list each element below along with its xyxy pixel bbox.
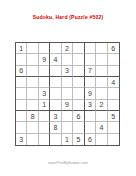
- cell-r2c4[interactable]: 4: [50, 54, 61, 65]
- cell-r3c4[interactable]: [50, 66, 61, 77]
- cell-r2c8[interactable]: [96, 54, 107, 65]
- cell-r2c6[interactable]: [73, 54, 84, 65]
- cell-r5c4[interactable]: [50, 88, 61, 99]
- cell-r8c8[interactable]: 4: [96, 122, 107, 133]
- cell-r1c8[interactable]: [96, 43, 107, 54]
- cell-r5c1[interactable]: [16, 88, 27, 99]
- cell-r7c3[interactable]: [39, 111, 50, 122]
- cell-r3c2[interactable]: [27, 66, 38, 77]
- cell-r4c1[interactable]: [16, 77, 27, 88]
- cell-r1c5[interactable]: 2: [62, 43, 73, 54]
- cell-r4c2[interactable]: [27, 77, 38, 88]
- cell-r7c5[interactable]: [62, 111, 73, 122]
- cell-r2c1[interactable]: [16, 54, 27, 65]
- cell-r8c3[interactable]: [39, 122, 50, 133]
- cell-r6c4[interactable]: [50, 100, 61, 111]
- cell-r3c5[interactable]: 3: [62, 66, 73, 77]
- cell-r4c3[interactable]: [39, 77, 50, 88]
- cell-r9c4[interactable]: [50, 134, 61, 145]
- cell-r7c1[interactable]: [16, 111, 27, 122]
- cell-r1c1[interactable]: 1: [16, 43, 27, 54]
- cell-r9c6[interactable]: 5: [73, 134, 84, 145]
- cell-r6c2[interactable]: [27, 100, 38, 111]
- cell-r7c8[interactable]: [96, 111, 107, 122]
- cell-r3c9[interactable]: [108, 66, 119, 77]
- cell-r2c3[interactable]: 9: [39, 54, 50, 65]
- cell-r4c6[interactable]: [73, 77, 84, 88]
- footer-url[interactable]: www.PrintMySudoku.com: [0, 161, 136, 166]
- cell-r6c9[interactable]: [108, 100, 119, 111]
- cell-r1c4[interactable]: [50, 43, 61, 54]
- cell-r5c2[interactable]: [27, 88, 38, 99]
- cell-r9c7[interactable]: 6: [85, 134, 96, 145]
- cell-r1c9[interactable]: 6: [108, 43, 119, 54]
- cell-r3c7[interactable]: 7: [85, 66, 96, 77]
- cell-r3c1[interactable]: 6: [16, 66, 27, 77]
- cell-r2c7[interactable]: [85, 54, 96, 65]
- cell-r9c9[interactable]: [108, 134, 119, 145]
- cell-r4c8[interactable]: [96, 77, 107, 88]
- cell-r5c6[interactable]: [73, 88, 84, 99]
- cell-r4c5[interactable]: [62, 77, 73, 88]
- cell-r6c8[interactable]: 2: [96, 100, 107, 111]
- cell-r7c2[interactable]: 8: [27, 111, 38, 122]
- cell-r9c8[interactable]: [96, 134, 107, 145]
- cell-r4c7[interactable]: [85, 77, 96, 88]
- cell-r9c2[interactable]: [27, 134, 38, 145]
- cell-r7c7[interactable]: [85, 111, 96, 122]
- cell-r4c9[interactable]: 4: [108, 77, 119, 88]
- cell-r7c4[interactable]: 3: [50, 111, 61, 122]
- cell-r5c5[interactable]: [62, 88, 73, 99]
- cell-r9c5[interactable]: 1: [62, 134, 73, 145]
- cell-r2c9[interactable]: [108, 54, 119, 65]
- cell-r6c3[interactable]: 1: [39, 100, 50, 111]
- page-title: Sudoku, Hard (Puzzle #502): [0, 14, 136, 21]
- cell-r3c3[interactable]: [39, 66, 50, 77]
- cell-r9c3[interactable]: [39, 134, 50, 145]
- cell-r8c4[interactable]: 8: [50, 122, 61, 133]
- sudoku-board: 1269463743919328365843156: [15, 42, 120, 146]
- cell-r5c3[interactable]: 3: [39, 88, 50, 99]
- cell-r8c1[interactable]: [16, 122, 27, 133]
- cell-r3c6[interactable]: [73, 66, 84, 77]
- cell-r4c4[interactable]: [50, 77, 61, 88]
- cell-r6c7[interactable]: 3: [85, 100, 96, 111]
- cell-r8c5[interactable]: [62, 122, 73, 133]
- cell-r5c9[interactable]: [108, 88, 119, 99]
- cell-r6c6[interactable]: [73, 100, 84, 111]
- cell-r5c8[interactable]: [96, 88, 107, 99]
- cell-r7c9[interactable]: 5: [108, 111, 119, 122]
- cell-r8c6[interactable]: [73, 122, 84, 133]
- cell-r2c2[interactable]: [27, 54, 38, 65]
- cell-r8c7[interactable]: [85, 122, 96, 133]
- cell-r6c1[interactable]: [16, 100, 27, 111]
- cell-r8c9[interactable]: [108, 122, 119, 133]
- cell-r1c6[interactable]: [73, 43, 84, 54]
- cell-r5c7[interactable]: 9: [85, 88, 96, 99]
- cell-r3c8[interactable]: [96, 66, 107, 77]
- cell-r7c6[interactable]: 6: [73, 111, 84, 122]
- cell-r2c5[interactable]: [62, 54, 73, 65]
- cell-r8c2[interactable]: [27, 122, 38, 133]
- cell-r1c2[interactable]: [27, 43, 38, 54]
- cell-r6c5[interactable]: 9: [62, 100, 73, 111]
- cell-r1c3[interactable]: [39, 43, 50, 54]
- cell-r1c7[interactable]: [85, 43, 96, 54]
- cell-r9c1[interactable]: 3: [16, 134, 27, 145]
